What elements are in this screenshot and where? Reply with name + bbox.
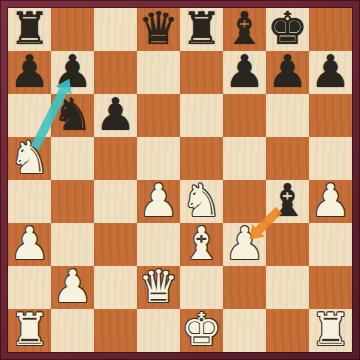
square-c2[interactable] bbox=[94, 266, 137, 309]
piece-white-knight[interactable]: ♞ bbox=[9, 135, 49, 180]
square-b2[interactable]: ♟ bbox=[51, 266, 94, 309]
piece-white-pawn[interactable]: ♟ bbox=[52, 264, 92, 309]
square-b1[interactable] bbox=[51, 309, 94, 352]
square-g4[interactable]: ♝ bbox=[266, 180, 309, 223]
square-d1[interactable] bbox=[137, 309, 180, 352]
square-f1[interactable] bbox=[223, 309, 266, 352]
piece-white-rook[interactable]: ♜ bbox=[9, 307, 49, 352]
square-e7[interactable] bbox=[180, 51, 223, 94]
square-d7[interactable] bbox=[137, 51, 180, 94]
square-h7[interactable]: ♟ bbox=[309, 51, 352, 94]
square-b5[interactable] bbox=[51, 137, 94, 180]
square-g7[interactable]: ♟ bbox=[266, 51, 309, 94]
square-c8[interactable] bbox=[94, 8, 137, 51]
square-h1[interactable]: ♜ bbox=[309, 309, 352, 352]
piece-black-pawn[interactable]: ♟ bbox=[95, 92, 135, 137]
square-e3[interactable]: ♝ bbox=[180, 223, 223, 266]
square-f7[interactable]: ♟ bbox=[223, 51, 266, 94]
piece-white-pawn[interactable]: ♟ bbox=[9, 221, 49, 266]
piece-black-pawn[interactable]: ♟ bbox=[267, 49, 307, 94]
square-h6[interactable] bbox=[309, 94, 352, 137]
piece-black-pawn[interactable]: ♟ bbox=[224, 49, 264, 94]
chess-board: ♜♛♜♝♚♟♟♟♟♟♞♟♞♟♞♝♟♟♝♟♟♛♜♚♜ bbox=[8, 8, 352, 352]
square-e1[interactable]: ♚ bbox=[180, 309, 223, 352]
square-e8[interactable]: ♜ bbox=[180, 8, 223, 51]
square-h3[interactable] bbox=[309, 223, 352, 266]
square-d4[interactable]: ♟ bbox=[137, 180, 180, 223]
piece-white-pawn[interactable]: ♟ bbox=[138, 178, 178, 223]
square-a1[interactable]: ♜ bbox=[8, 309, 51, 352]
piece-white-rook[interactable]: ♜ bbox=[310, 307, 350, 352]
square-f3[interactable]: ♟ bbox=[223, 223, 266, 266]
piece-white-pawn[interactable]: ♟ bbox=[310, 178, 350, 223]
piece-black-pawn[interactable]: ♟ bbox=[310, 49, 350, 94]
square-d6[interactable] bbox=[137, 94, 180, 137]
square-g1[interactable] bbox=[266, 309, 309, 352]
square-h4[interactable]: ♟ bbox=[309, 180, 352, 223]
square-c3[interactable] bbox=[94, 223, 137, 266]
piece-black-rook[interactable]: ♜ bbox=[181, 6, 221, 51]
square-g3[interactable] bbox=[266, 223, 309, 266]
square-c5[interactable] bbox=[94, 137, 137, 180]
board-frame: ♜♛♜♝♚♟♟♟♟♟♞♟♞♟♞♝♟♟♝♟♟♛♜♚♜ bbox=[0, 0, 360, 360]
square-c1[interactable] bbox=[94, 309, 137, 352]
piece-white-king[interactable]: ♚ bbox=[181, 307, 221, 352]
piece-white-queen[interactable]: ♛ bbox=[138, 264, 178, 309]
piece-black-pawn[interactable]: ♟ bbox=[9, 49, 49, 94]
square-d8[interactable]: ♛ bbox=[137, 8, 180, 51]
piece-white-pawn[interactable]: ♟ bbox=[224, 221, 264, 266]
square-f2[interactable] bbox=[223, 266, 266, 309]
square-a3[interactable]: ♟ bbox=[8, 223, 51, 266]
piece-black-bishop[interactable]: ♝ bbox=[267, 178, 307, 223]
square-f6[interactable] bbox=[223, 94, 266, 137]
piece-white-bishop[interactable]: ♝ bbox=[181, 221, 221, 266]
square-a7[interactable]: ♟ bbox=[8, 51, 51, 94]
square-e6[interactable] bbox=[180, 94, 223, 137]
square-c4[interactable] bbox=[94, 180, 137, 223]
square-g2[interactable] bbox=[266, 266, 309, 309]
piece-black-queen[interactable]: ♛ bbox=[138, 6, 178, 51]
square-c6[interactable]: ♟ bbox=[94, 94, 137, 137]
square-f5[interactable] bbox=[223, 137, 266, 180]
square-a5[interactable]: ♞ bbox=[8, 137, 51, 180]
square-g6[interactable] bbox=[266, 94, 309, 137]
piece-black-knight[interactable]: ♞ bbox=[52, 92, 92, 137]
square-b4[interactable] bbox=[51, 180, 94, 223]
square-d2[interactable]: ♛ bbox=[137, 266, 180, 309]
square-b6[interactable]: ♞ bbox=[51, 94, 94, 137]
